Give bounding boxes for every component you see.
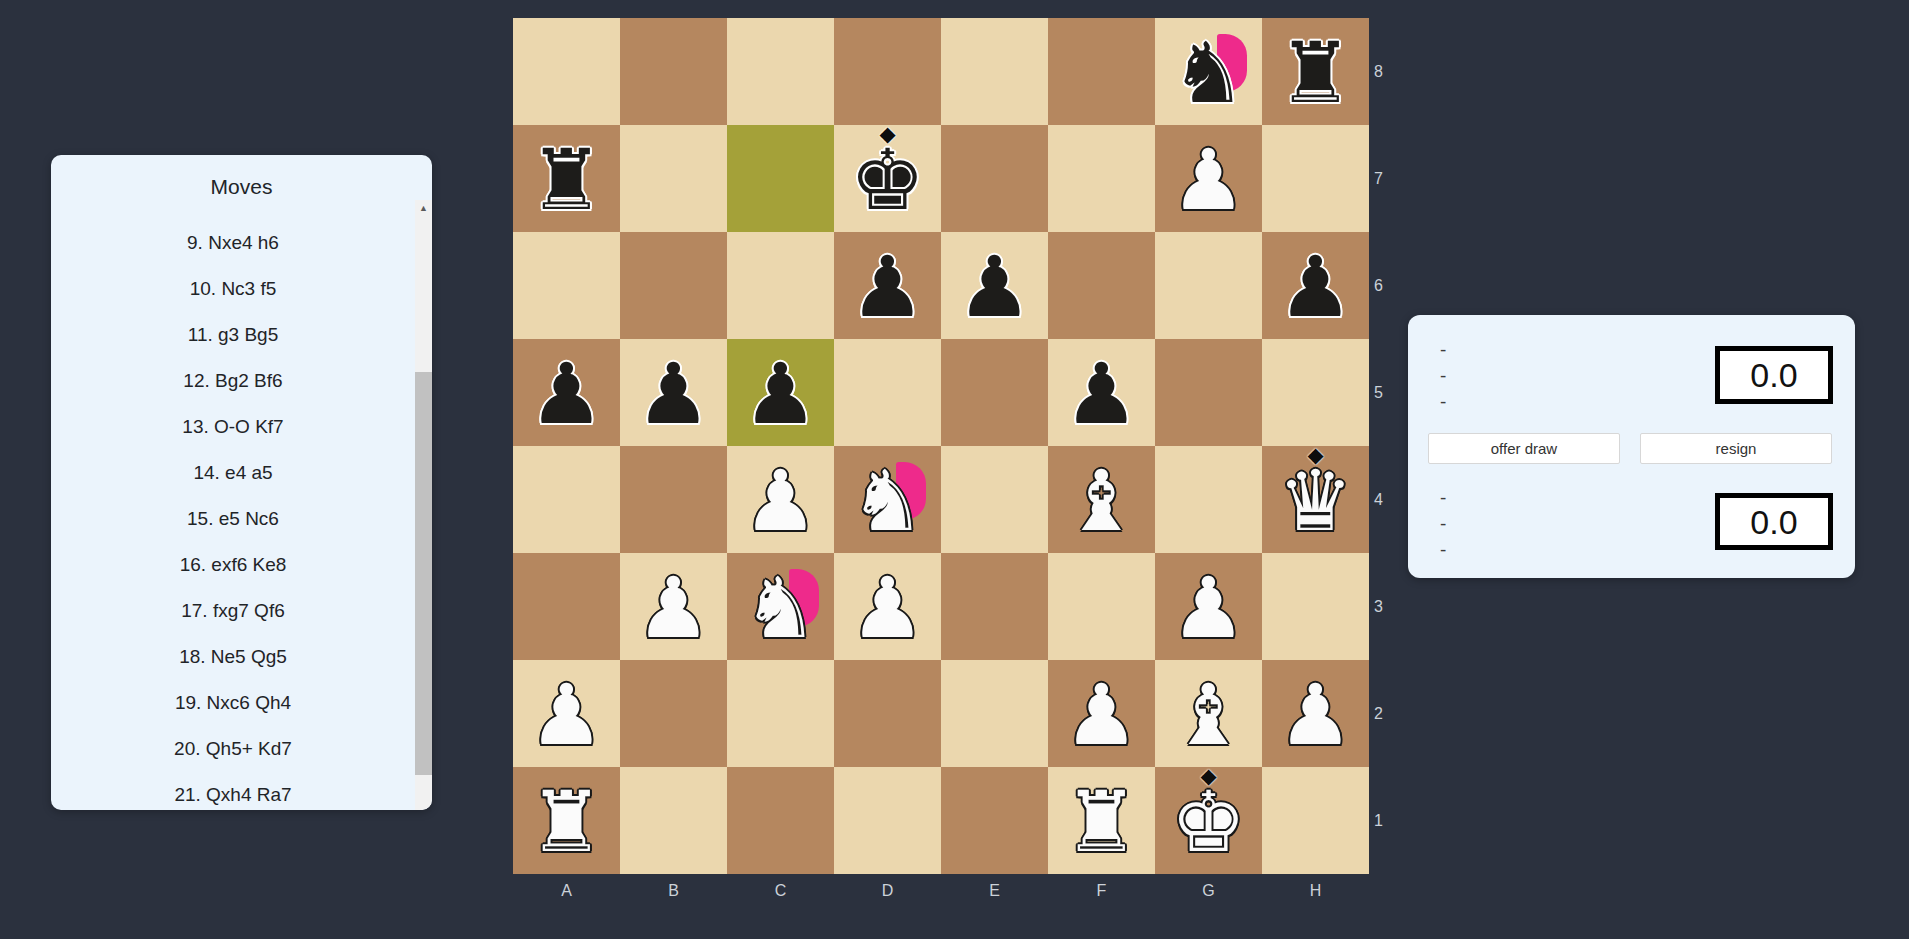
piece-white-pawn[interactable]: ♟ bbox=[1155, 125, 1262, 232]
move-row: 16. exf6 Ke8 bbox=[51, 542, 415, 588]
square-e1[interactable] bbox=[941, 767, 1048, 874]
move-row: 19. Nxc6 Qh4 bbox=[51, 680, 415, 726]
square-b1[interactable] bbox=[620, 767, 727, 874]
piece-black-pawn[interactable]: ♟ bbox=[1262, 232, 1369, 339]
file-label-e: E bbox=[941, 878, 1048, 906]
rank-label-4: 4 bbox=[1374, 446, 1398, 553]
piece-black-pawn[interactable]: ♟ bbox=[727, 339, 834, 446]
ethereum-diamond-icon: ◆ bbox=[1307, 443, 1323, 467]
piece-black-knight[interactable]: ♞ bbox=[1155, 18, 1262, 125]
scroll-up-arrow-icon[interactable]: ▲ bbox=[415, 200, 432, 217]
bottom-player-clock: 0.0 bbox=[1715, 493, 1833, 550]
square-f5[interactable]: ♟ bbox=[1048, 339, 1155, 446]
square-h5[interactable] bbox=[1262, 339, 1369, 446]
square-b3[interactable]: ♟ bbox=[620, 553, 727, 660]
piece-white-pawn[interactable]: ♟ bbox=[1048, 660, 1155, 767]
piece-white-rook[interactable]: ♜ bbox=[513, 767, 620, 874]
rank-label-8: 8 bbox=[1374, 18, 1398, 125]
square-f6[interactable] bbox=[1048, 232, 1155, 339]
chess-board: ♞♜♜◆♚♟♟♟♟♟♟♟♟♟♞♝◆♛♟♞♟♟♟♟♝♟♜♜◆♚ bbox=[513, 18, 1369, 874]
square-f4[interactable]: ♝ bbox=[1048, 446, 1155, 553]
square-g6[interactable] bbox=[1155, 232, 1262, 339]
piece-white-pawn[interactable]: ♟ bbox=[727, 446, 834, 553]
ethereum-diamond-icon: ◆ bbox=[1200, 764, 1216, 788]
file-label-c: C bbox=[727, 878, 834, 906]
piece-white-rook[interactable]: ♜ bbox=[1048, 767, 1155, 874]
moves-panel: Moves 9. Nxe4 h610. Nc3 f511. g3 Bg512. … bbox=[51, 155, 432, 810]
move-row: 21. Qxh4 Ra7 bbox=[51, 772, 415, 810]
square-f3[interactable] bbox=[1048, 553, 1155, 660]
square-d1[interactable] bbox=[834, 767, 941, 874]
square-h3[interactable] bbox=[1262, 553, 1369, 660]
square-b6[interactable] bbox=[620, 232, 727, 339]
square-b8[interactable] bbox=[620, 18, 727, 125]
square-d3[interactable]: ♟ bbox=[834, 553, 941, 660]
piece-white-knight[interactable]: ♞ bbox=[834, 446, 941, 553]
player-info-dash: - bbox=[1440, 363, 1480, 389]
rank-label-5: 5 bbox=[1374, 339, 1398, 446]
player-info-dash: - bbox=[1440, 337, 1480, 363]
resign-button[interactable]: resign bbox=[1640, 433, 1832, 464]
piece-white-pawn[interactable]: ♟ bbox=[620, 553, 727, 660]
square-c6[interactable] bbox=[727, 232, 834, 339]
game-control-panel: --- 0.0 offer draw resign --- 0.0 bbox=[1408, 315, 1855, 578]
square-d4[interactable]: ♞ bbox=[834, 446, 941, 553]
piece-white-bishop[interactable]: ♝ bbox=[1048, 446, 1155, 553]
square-g7[interactable]: ♟ bbox=[1155, 125, 1262, 232]
moves-scrollbar[interactable]: ▲ bbox=[415, 200, 432, 810]
piece-black-rook[interactable]: ♜ bbox=[513, 125, 620, 232]
square-f2[interactable]: ♟ bbox=[1048, 660, 1155, 767]
square-c3[interactable]: ♞ bbox=[727, 553, 834, 660]
square-f1[interactable]: ♜ bbox=[1048, 767, 1155, 874]
piece-white-knight[interactable]: ♞ bbox=[727, 553, 834, 660]
square-h2[interactable]: ♟ bbox=[1262, 660, 1369, 767]
square-a7[interactable]: ♜ bbox=[513, 125, 620, 232]
square-e2[interactable] bbox=[941, 660, 1048, 767]
ethereum-diamond-icon: ◆ bbox=[879, 122, 895, 146]
piece-white-pawn[interactable]: ♟ bbox=[513, 660, 620, 767]
piece-black-pawn[interactable]: ♟ bbox=[513, 339, 620, 446]
player-info-dash: - bbox=[1440, 511, 1480, 537]
square-a4[interactable] bbox=[513, 446, 620, 553]
piece-black-pawn[interactable]: ♟ bbox=[620, 339, 727, 446]
piece-white-pawn[interactable]: ♟ bbox=[1262, 660, 1369, 767]
square-d2[interactable] bbox=[834, 660, 941, 767]
square-e7[interactable] bbox=[941, 125, 1048, 232]
move-row: 15. e5 Nc6 bbox=[51, 496, 415, 542]
move-row: 17. fxg7 Qf6 bbox=[51, 588, 415, 634]
square-h7[interactable] bbox=[1262, 125, 1369, 232]
moves-list: 9. Nxe4 h610. Nc3 f511. g3 Bg512. Bg2 Bf… bbox=[51, 220, 415, 810]
rank-label-2: 2 bbox=[1374, 660, 1398, 767]
square-g3[interactable]: ♟ bbox=[1155, 553, 1262, 660]
move-row: 13. O-O Kf7 bbox=[51, 404, 415, 450]
square-c5[interactable]: ♟ bbox=[727, 339, 834, 446]
square-c2[interactable] bbox=[727, 660, 834, 767]
rank-label-7: 7 bbox=[1374, 125, 1398, 232]
square-b4[interactable] bbox=[620, 446, 727, 553]
square-h6[interactable]: ♟ bbox=[1262, 232, 1369, 339]
piece-white-pawn[interactable]: ♟ bbox=[1155, 553, 1262, 660]
player-info-dash: - bbox=[1440, 389, 1480, 415]
move-row: 12. Bg2 Bf6 bbox=[51, 358, 415, 404]
square-a8[interactable] bbox=[513, 18, 620, 125]
square-c7[interactable] bbox=[727, 125, 834, 232]
file-labels: ABCDEFGH bbox=[513, 878, 1369, 906]
square-h4[interactable]: ◆♛ bbox=[1262, 446, 1369, 553]
square-d6[interactable]: ♟ bbox=[834, 232, 941, 339]
move-row: 9. Nxe4 h6 bbox=[51, 220, 415, 266]
square-a1[interactable]: ♜ bbox=[513, 767, 620, 874]
piece-white-bishop[interactable]: ♝ bbox=[1155, 660, 1262, 767]
move-row: 11. g3 Bg5 bbox=[51, 312, 415, 358]
bottom-player-info: --- bbox=[1440, 485, 1480, 563]
piece-black-rook[interactable]: ♜ bbox=[1262, 18, 1369, 125]
piece-black-pawn[interactable]: ♟ bbox=[834, 232, 941, 339]
square-a5[interactable]: ♟ bbox=[513, 339, 620, 446]
square-b7[interactable] bbox=[620, 125, 727, 232]
square-a6[interactable] bbox=[513, 232, 620, 339]
file-label-b: B bbox=[620, 878, 727, 906]
file-label-a: A bbox=[513, 878, 620, 906]
file-label-h: H bbox=[1262, 878, 1369, 906]
square-c8[interactable] bbox=[727, 18, 834, 125]
square-f8[interactable] bbox=[1048, 18, 1155, 125]
square-e5[interactable] bbox=[941, 339, 1048, 446]
moves-panel-title: Moves bbox=[51, 175, 432, 199]
top-player-clock: 0.0 bbox=[1715, 346, 1833, 404]
player-info-dash: - bbox=[1440, 485, 1480, 511]
file-label-f: F bbox=[1048, 878, 1155, 906]
file-label-g: G bbox=[1155, 878, 1262, 906]
rank-label-6: 6 bbox=[1374, 232, 1398, 339]
scrollbar-thumb[interactable] bbox=[415, 372, 432, 775]
square-g2[interactable]: ♝ bbox=[1155, 660, 1262, 767]
square-g5[interactable] bbox=[1155, 339, 1262, 446]
top-player-info: --- bbox=[1440, 337, 1480, 415]
square-g4[interactable] bbox=[1155, 446, 1262, 553]
square-a3[interactable] bbox=[513, 553, 620, 660]
piece-black-pawn[interactable]: ♟ bbox=[941, 232, 1048, 339]
player-info-dash: - bbox=[1440, 537, 1480, 563]
offer-draw-button[interactable]: offer draw bbox=[1428, 433, 1620, 464]
file-label-d: D bbox=[834, 878, 941, 906]
square-g1[interactable]: ◆♚ bbox=[1155, 767, 1262, 874]
move-row: 14. e4 a5 bbox=[51, 450, 415, 496]
square-g8[interactable]: ♞ bbox=[1155, 18, 1262, 125]
square-d5[interactable] bbox=[834, 339, 941, 446]
square-b5[interactable]: ♟ bbox=[620, 339, 727, 446]
square-c4[interactable]: ♟ bbox=[727, 446, 834, 553]
square-c1[interactable] bbox=[727, 767, 834, 874]
square-h8[interactable]: ♜ bbox=[1262, 18, 1369, 125]
square-e3[interactable] bbox=[941, 553, 1048, 660]
square-f7[interactable] bbox=[1048, 125, 1155, 232]
square-e8[interactable] bbox=[941, 18, 1048, 125]
piece-black-pawn[interactable]: ♟ bbox=[1048, 339, 1155, 446]
square-d8[interactable] bbox=[834, 18, 941, 125]
rank-label-1: 1 bbox=[1374, 767, 1398, 874]
rank-label-3: 3 bbox=[1374, 553, 1398, 660]
square-b2[interactable] bbox=[620, 660, 727, 767]
square-e6[interactable]: ♟ bbox=[941, 232, 1048, 339]
square-a2[interactable]: ♟ bbox=[513, 660, 620, 767]
piece-white-pawn[interactable]: ♟ bbox=[834, 553, 941, 660]
move-row: 10. Nc3 f5 bbox=[51, 266, 415, 312]
square-h1[interactable] bbox=[1262, 767, 1369, 874]
rank-labels: 87654321 bbox=[1374, 18, 1398, 874]
square-e4[interactable] bbox=[941, 446, 1048, 553]
move-row: 20. Qh5+ Kd7 bbox=[51, 726, 415, 772]
square-d7[interactable]: ◆♚ bbox=[834, 125, 941, 232]
move-row: 18. Ne5 Qg5 bbox=[51, 634, 415, 680]
